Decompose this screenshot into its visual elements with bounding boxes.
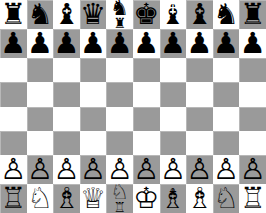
square-g6[interactable]: [160, 58, 187, 82]
white-knight: ♘: [27, 184, 54, 213]
black-chancellor: ♜♞: [106, 0, 133, 29]
white-king: ♔: [133, 184, 160, 213]
square-i6[interactable]: [213, 58, 240, 82]
square-i1[interactable]: ♘: [213, 184, 240, 213]
square-e7[interactable]: ♟: [106, 29, 133, 58]
square-d7[interactable]: ♟: [80, 29, 107, 58]
square-a6[interactable]: [0, 58, 27, 82]
black-pawn: ♟: [160, 29, 187, 58]
square-f2[interactable]: ♙: [133, 155, 160, 184]
square-f8[interactable]: ♚: [133, 0, 160, 29]
square-a7[interactable]: ♟: [0, 29, 27, 58]
square-j8[interactable]: ♜: [239, 0, 266, 29]
square-a5[interactable]: [0, 82, 27, 106]
square-f4[interactable]: [133, 107, 160, 131]
square-j6[interactable]: [239, 58, 266, 82]
square-e8[interactable]: ♜♞: [106, 0, 133, 29]
square-a1[interactable]: ♖: [0, 184, 27, 213]
square-g8[interactable]: ♝+: [160, 0, 187, 29]
square-d4[interactable]: [80, 107, 107, 131]
white-pawn: ♙: [53, 155, 80, 184]
black-pawn: ♟: [133, 29, 160, 58]
square-b8[interactable]: ♞: [27, 0, 54, 29]
square-h5[interactable]: [186, 82, 213, 106]
square-d6[interactable]: [80, 58, 107, 82]
square-c7[interactable]: ♟: [53, 29, 80, 58]
square-b5[interactable]: [27, 82, 54, 106]
square-h2[interactable]: ♙: [186, 155, 213, 184]
square-h8[interactable]: ♝: [186, 0, 213, 29]
square-i5[interactable]: [213, 82, 240, 106]
square-b7[interactable]: ♟: [27, 29, 54, 58]
black-knight: ♞: [213, 0, 240, 29]
square-h6[interactable]: [186, 58, 213, 82]
white-rook: ♖: [0, 184, 27, 213]
square-c6[interactable]: [53, 58, 80, 82]
black-pawn: ♟: [213, 29, 240, 58]
square-j7[interactable]: ♟: [239, 29, 266, 58]
square-b6[interactable]: [27, 58, 54, 82]
square-h4[interactable]: [186, 107, 213, 131]
square-i8[interactable]: ♞: [213, 0, 240, 29]
square-e6[interactable]: [106, 58, 133, 82]
square-e4[interactable]: [106, 107, 133, 131]
black-rook: ♜: [0, 0, 27, 29]
white-queen: ♕: [80, 184, 107, 213]
square-j4[interactable]: [239, 107, 266, 131]
square-j5[interactable]: [239, 82, 266, 106]
square-f7[interactable]: ♟: [133, 29, 160, 58]
square-b4[interactable]: [27, 107, 54, 131]
white-knight: ♘: [213, 184, 240, 213]
white-pawn: ♙: [186, 155, 213, 184]
square-h7[interactable]: ♟: [186, 29, 213, 58]
square-c4[interactable]: [53, 107, 80, 131]
board: ♜♞♝♛♜♞♚♝+♝♞♜♟♟♟♟♟♟♟♟♟♟♙♙♙♙♙♙♙♙♙♙♖♘♗♕♖♘♔♗…: [0, 0, 266, 213]
square-g1[interactable]: ♗+: [160, 184, 187, 213]
black-pawn: ♟: [0, 29, 27, 58]
black-pawn: ♟: [186, 29, 213, 58]
white-pawn: ♙: [239, 155, 266, 184]
square-g4[interactable]: [160, 107, 187, 131]
square-c1[interactable]: ♗: [53, 184, 80, 213]
square-d8[interactable]: ♛: [80, 0, 107, 29]
black-pawn: ♟: [80, 29, 107, 58]
white-pawn: ♙: [80, 155, 107, 184]
square-j2[interactable]: ♙: [239, 155, 266, 184]
white-chancellor: ♖♘: [106, 184, 133, 213]
square-a8[interactable]: ♜: [0, 0, 27, 29]
black-bishop: ♝: [53, 0, 80, 29]
white-pawn: ♙: [213, 155, 240, 184]
white-archbishop: ♗+: [160, 184, 187, 213]
square-a4[interactable]: [0, 107, 27, 131]
black-pawn: ♟: [106, 29, 133, 58]
square-e1[interactable]: ♖♘: [106, 184, 133, 213]
black-pawn: ♟: [53, 29, 80, 58]
square-j1[interactable]: ♖: [239, 184, 266, 213]
white-bishop: ♗: [186, 184, 213, 213]
square-a2[interactable]: ♙: [0, 155, 27, 184]
square-i4[interactable]: [213, 107, 240, 131]
black-pawn: ♟: [239, 29, 266, 58]
square-c8[interactable]: ♝: [53, 0, 80, 29]
square-h1[interactable]: ♗: [186, 184, 213, 213]
white-pawn: ♙: [0, 155, 27, 184]
square-f1[interactable]: ♔: [133, 184, 160, 213]
square-b2[interactable]: ♙: [27, 155, 54, 184]
white-rook: ♖: [239, 184, 266, 213]
black-archbishop: ♝+: [160, 0, 187, 29]
black-bishop: ♝: [186, 0, 213, 29]
square-d2[interactable]: ♙: [80, 155, 107, 184]
square-b1[interactable]: ♘: [27, 184, 54, 213]
black-queen: ♛: [80, 0, 107, 29]
square-i2[interactable]: ♙: [213, 155, 240, 184]
square-c5[interactable]: [53, 82, 80, 106]
white-bishop: ♗: [53, 184, 80, 213]
white-pawn: ♙: [27, 155, 54, 184]
square-f5[interactable]: [133, 82, 160, 106]
square-d1[interactable]: ♕: [80, 184, 107, 213]
square-c2[interactable]: ♙: [53, 155, 80, 184]
black-knight: ♞: [27, 0, 54, 29]
square-i7[interactable]: ♟: [213, 29, 240, 58]
square-g5[interactable]: [160, 82, 187, 106]
square-d5[interactable]: [80, 82, 107, 106]
white-pawn: ♙: [133, 155, 160, 184]
black-pawn: ♟: [27, 29, 54, 58]
square-g7[interactable]: ♟: [160, 29, 187, 58]
black-rook: ♜: [239, 0, 266, 29]
square-e5[interactable]: [106, 82, 133, 106]
square-f6[interactable]: [133, 58, 160, 82]
white-pawn: ♙: [160, 155, 187, 184]
black-king: ♚: [133, 0, 160, 29]
square-g2[interactable]: ♙: [160, 155, 187, 184]
